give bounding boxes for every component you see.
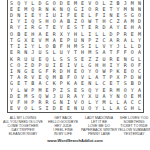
grid-cell-r18c4: L — [29, 106, 36, 112]
grid-cell-r18c19: L — [136, 106, 143, 112]
grid-cell-r18c15: L — [107, 106, 114, 112]
word-list-item: YESTERDAY — [117, 132, 150, 136]
grid-cell-r18c5: S — [36, 106, 43, 112]
grid-cell-r18c10: N — [72, 106, 79, 112]
word-search-page: SQYLDGODEMEVOLZBJMNEEMQRNKNQGIORETYMNNDN… — [0, 0, 150, 150]
grid-cell-r18c1: E — [8, 106, 15, 112]
word-list-item: IN MY LIFE — [45, 132, 81, 136]
grid-cell-r18c12: O — [86, 106, 93, 112]
grid-cell-r18c16: A — [115, 106, 122, 112]
grid-cell-r18c7: D — [51, 106, 58, 112]
grid-cell-r18c2: V — [15, 106, 22, 112]
footer: www.WordSearchAddict.com — [0, 138, 150, 147]
grid-cell-r18c14: L — [100, 106, 107, 112]
grid-cell-r18c8: E — [58, 106, 65, 112]
word-list-item: PENNY LANE — [81, 132, 117, 136]
grid-cell-r18c17: G — [122, 106, 129, 112]
word-search-grid: SQYLDGODEMEVOLZBJMNEEMQRNKNQGIORETYMNNDN… — [7, 0, 144, 113]
word-list-item: ELEANOR RIGBY — [0, 132, 45, 136]
grid-cell-r18c3: O — [22, 106, 29, 112]
site-url: www.WordSearchAddict.com — [0, 138, 150, 143]
word-list-column-inner-1: ALL MY LOVINGALL YOU NEED IS LOVECOME TO… — [0, 116, 45, 136]
word-list-column-inner-3: LADY MADONNALET IT BELOVE ME DOPAPERBACK… — [81, 116, 117, 136]
grid-cell-r18c9: E — [65, 106, 72, 112]
grid-cell-r18c11: U — [79, 106, 86, 112]
grid-cell-r18c13: Y — [93, 106, 100, 112]
word-list-column-inner-2: GET BACKHELLO GOODBYEHEY JUDEI FEEL FINE… — [45, 116, 81, 136]
grid-cell-r18c6: I — [44, 106, 51, 112]
grid-cell-r18c18: H — [129, 106, 136, 112]
word-list-column-inner-4: SHE LOVES YOUSOMETHINGTICKET TO RIDEYELL… — [117, 116, 150, 136]
